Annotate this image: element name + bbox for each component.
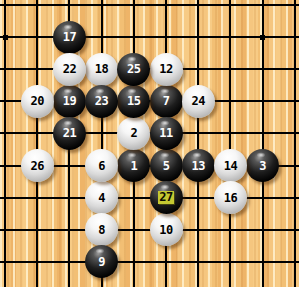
stone-move-14-white: 14 xyxy=(214,149,247,182)
move-number: 4 xyxy=(98,191,105,205)
move-number: 22 xyxy=(63,62,76,76)
stone-move-6-white: 6 xyxy=(85,149,118,182)
stone-move-22-white: 22 xyxy=(53,53,86,86)
stone-move-20-white: 20 xyxy=(21,85,54,118)
grid-line-vertical xyxy=(36,0,38,287)
stone-move-5-black: 5 xyxy=(150,149,183,182)
move-number: 8 xyxy=(98,223,105,237)
star-point xyxy=(3,35,8,40)
stone-move-17-black: 17 xyxy=(53,21,86,54)
move-number: 23 xyxy=(95,94,108,108)
move-number: 1 xyxy=(130,159,137,173)
grid-line-vertical xyxy=(4,0,6,287)
stone-move-8-white: 8 xyxy=(85,213,118,246)
move-number: 24 xyxy=(191,94,204,108)
grid-line-horizontal xyxy=(0,36,299,38)
grid-line-vertical xyxy=(262,0,264,287)
move-number: 20 xyxy=(30,94,43,108)
move-number: 10 xyxy=(159,223,172,237)
move-number: 11 xyxy=(159,126,172,140)
move-number: 13 xyxy=(191,159,204,173)
stone-move-11-black: 11 xyxy=(150,117,183,150)
stone-move-13-black: 13 xyxy=(182,149,215,182)
stone-move-12-white: 12 xyxy=(150,53,183,86)
star-point xyxy=(260,35,265,40)
move-number: 15 xyxy=(127,94,140,108)
move-number: 25 xyxy=(127,62,140,76)
stone-move-1-black: 1 xyxy=(117,149,150,182)
stone-move-21-black: 21 xyxy=(53,117,86,150)
grid-line-horizontal xyxy=(0,4,299,6)
grid-line-vertical xyxy=(197,0,199,287)
stone-move-19-black: 19 xyxy=(53,85,86,118)
move-number: 21 xyxy=(63,126,76,140)
stone-move-24-white: 24 xyxy=(182,85,215,118)
move-number: 16 xyxy=(224,191,237,205)
stone-move-3-black: 3 xyxy=(246,149,279,182)
move-number: 2 xyxy=(130,126,137,140)
move-number: 18 xyxy=(95,62,108,76)
move-number: 12 xyxy=(159,62,172,76)
move-number: 3 xyxy=(259,159,266,173)
move-number: 5 xyxy=(163,159,170,173)
stone-move-27-black: 27 xyxy=(150,181,183,214)
move-number: 7 xyxy=(163,94,170,108)
gomoku-kifu-screenshot: 1234567891011121314151617181920212223242… xyxy=(0,0,299,287)
goban-board[interactable]: 1234567891011121314151617181920212223242… xyxy=(0,0,299,287)
stone-move-10-white: 10 xyxy=(150,213,183,246)
last-move-number-highlighted: 27 xyxy=(158,191,173,204)
stone-move-16-white: 16 xyxy=(214,181,247,214)
move-number: 17 xyxy=(63,30,76,44)
stone-move-2-white: 2 xyxy=(117,117,150,150)
stone-move-23-black: 23 xyxy=(85,85,118,118)
move-number: 19 xyxy=(63,94,76,108)
grid-line-vertical xyxy=(294,0,296,287)
stone-move-7-black: 7 xyxy=(150,85,183,118)
move-number: 26 xyxy=(30,159,43,173)
move-number: 14 xyxy=(224,159,237,173)
stone-move-15-black: 15 xyxy=(117,85,150,118)
stone-move-9-black: 9 xyxy=(85,245,118,278)
stone-move-25-black: 25 xyxy=(117,53,150,86)
move-number: 9 xyxy=(98,255,105,269)
stone-move-4-white: 4 xyxy=(85,181,118,214)
stone-move-18-white: 18 xyxy=(85,53,118,86)
move-number: 6 xyxy=(98,159,105,173)
grid-line-vertical xyxy=(229,0,231,287)
grid-line-horizontal xyxy=(0,261,299,263)
stone-move-26-white: 26 xyxy=(21,149,54,182)
